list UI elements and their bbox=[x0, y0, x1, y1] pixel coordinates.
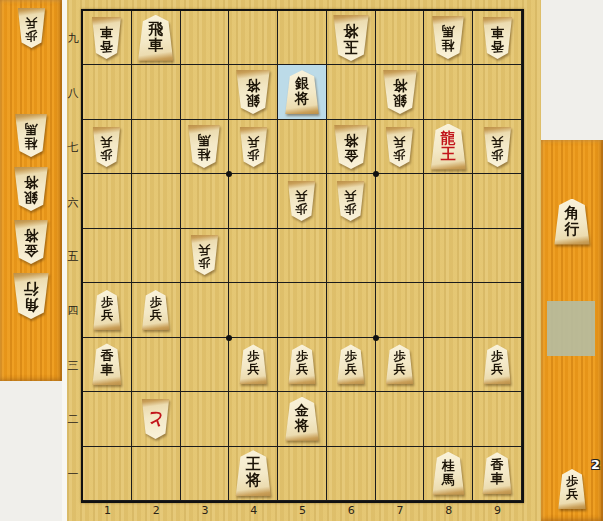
piece-kanji: 兵 bbox=[566, 488, 578, 501]
square[interactable]: 歩兵 bbox=[83, 283, 132, 337]
piece-kanji: 馬 bbox=[442, 473, 455, 487]
piece-歩兵[interactable]: 歩兵 bbox=[286, 181, 317, 221]
square[interactable] bbox=[181, 174, 230, 228]
hand-tray-gote: 角行歩兵2 bbox=[541, 140, 603, 521]
piece-kanji: 歩 bbox=[345, 202, 357, 215]
square[interactable] bbox=[327, 392, 376, 446]
piece-kanji: 兵 bbox=[101, 309, 113, 322]
piece-kanji: 銀 bbox=[295, 76, 309, 91]
rank-label: 八 bbox=[66, 85, 80, 100]
square[interactable] bbox=[278, 11, 327, 65]
piece-kanji: 歩 bbox=[150, 296, 162, 309]
file-label: 3 bbox=[195, 504, 215, 517]
square[interactable] bbox=[473, 174, 522, 228]
square[interactable]: 銀将 bbox=[278, 65, 327, 119]
piece-kanji: 馬 bbox=[442, 24, 455, 38]
rank-label: 二 bbox=[66, 412, 80, 427]
piece-kanji: 将 bbox=[24, 228, 38, 243]
file-label: 6 bbox=[341, 504, 361, 517]
square[interactable] bbox=[278, 229, 327, 283]
square[interactable] bbox=[376, 229, 425, 283]
square[interactable] bbox=[327, 283, 376, 337]
square[interactable]: 歩兵 bbox=[278, 174, 327, 228]
hand-tray-sente: 歩兵桂馬銀将金将角行 bbox=[0, 0, 62, 381]
square[interactable]: 桂馬 bbox=[424, 11, 473, 65]
piece-kanji: 行 bbox=[24, 281, 39, 297]
square[interactable] bbox=[424, 338, 473, 392]
square[interactable] bbox=[278, 447, 327, 501]
piece-歩兵[interactable]: 歩兵 bbox=[557, 469, 588, 509]
piece-count-badge: 2 bbox=[591, 457, 600, 472]
square[interactable]: 金将 bbox=[278, 392, 327, 446]
square[interactable]: と bbox=[132, 392, 181, 446]
square[interactable] bbox=[181, 283, 230, 337]
piece-歩兵[interactable]: 歩兵 bbox=[482, 127, 513, 167]
square[interactable] bbox=[424, 283, 473, 337]
file-label: 4 bbox=[244, 504, 264, 517]
rank-label: 五 bbox=[66, 249, 80, 264]
square[interactable] bbox=[376, 283, 425, 337]
piece-kanji: 車 bbox=[491, 472, 504, 486]
hoshi-dot bbox=[373, 335, 379, 341]
square[interactable]: 香車 bbox=[473, 11, 522, 65]
square[interactable] bbox=[424, 229, 473, 283]
square[interactable] bbox=[229, 174, 278, 228]
piece-銀将[interactable]: 銀将 bbox=[234, 70, 272, 114]
board-grid: 香車飛車玉将桂馬香車銀将銀将銀将歩兵桂馬歩兵金将歩兵龍王歩兵歩兵歩兵歩兵歩兵歩兵… bbox=[83, 11, 522, 501]
piece-歩兵[interactable]: 歩兵 bbox=[384, 127, 415, 167]
square[interactable] bbox=[132, 338, 181, 392]
file-label: 7 bbox=[390, 504, 410, 517]
piece-kanji: 将 bbox=[393, 78, 407, 93]
square[interactable] bbox=[473, 283, 522, 337]
square[interactable] bbox=[229, 392, 278, 446]
piece-kanji: 金 bbox=[344, 148, 358, 163]
piece-香車[interactable]: 香車 bbox=[90, 17, 123, 59]
piece-金将[interactable]: 金将 bbox=[332, 125, 370, 169]
piece-kanji: 桂 bbox=[442, 38, 455, 52]
square[interactable] bbox=[376, 392, 425, 446]
square[interactable] bbox=[229, 229, 278, 283]
square[interactable]: 歩兵 bbox=[327, 338, 376, 392]
rank-label: 四 bbox=[66, 303, 80, 318]
square[interactable] bbox=[327, 229, 376, 283]
square[interactable] bbox=[132, 120, 181, 174]
board-frame: 香車飛車玉将桂馬香車銀将銀将銀将歩兵桂馬歩兵金将歩兵龍王歩兵歩兵歩兵歩兵歩兵歩兵… bbox=[81, 9, 524, 503]
square[interactable]: 王将 bbox=[229, 447, 278, 501]
piece-香車[interactable]: 香車 bbox=[90, 343, 123, 385]
piece-kanji: 歩 bbox=[394, 148, 406, 161]
piece-kanji: 車 bbox=[148, 37, 163, 53]
piece-金将[interactable]: 金将 bbox=[283, 397, 321, 441]
square[interactable]: 歩兵 bbox=[83, 120, 132, 174]
rank-label: 一 bbox=[66, 466, 80, 481]
piece-歩兵[interactable]: 歩兵 bbox=[286, 344, 317, 384]
rank-label: 六 bbox=[66, 194, 80, 209]
piece-桂馬[interactable]: 桂馬 bbox=[430, 452, 466, 495]
piece-銀将[interactable]: 銀将 bbox=[381, 70, 419, 114]
square[interactable] bbox=[83, 65, 132, 119]
piece-kanji: 桂 bbox=[25, 136, 38, 150]
piece-歩兵[interactable]: 歩兵 bbox=[384, 344, 415, 384]
piece-kanji: 兵 bbox=[394, 135, 406, 148]
piece-歩兵[interactable]: 歩兵 bbox=[140, 290, 171, 330]
file-label: 2 bbox=[146, 504, 166, 517]
piece-角行[interactable]: 角行 bbox=[11, 273, 51, 319]
piece-kanji: 兵 bbox=[345, 363, 357, 376]
hoshi-dot bbox=[373, 171, 379, 177]
square[interactable]: 玉将 bbox=[327, 11, 376, 65]
square[interactable] bbox=[376, 174, 425, 228]
piece-kanji: 兵 bbox=[296, 189, 308, 202]
square[interactable]: 歩兵 bbox=[278, 338, 327, 392]
file-label: 9 bbox=[488, 504, 508, 517]
piece-kanji: 歩 bbox=[198, 256, 210, 269]
piece-金将[interactable]: 金将 bbox=[12, 220, 50, 264]
piece-kanji: 兵 bbox=[247, 363, 259, 376]
square[interactable] bbox=[83, 174, 132, 228]
piece-kanji: 馬 bbox=[198, 133, 211, 147]
piece-歩兵[interactable]: 歩兵 bbox=[91, 127, 122, 167]
piece-kanji: 兵 bbox=[150, 309, 162, 322]
piece-kanji: 行 bbox=[565, 221, 580, 237]
square[interactable]: 歩兵 bbox=[473, 338, 522, 392]
piece-kanji: 香 bbox=[491, 39, 504, 53]
square[interactable]: 銀将 bbox=[229, 65, 278, 119]
square[interactable]: 香車 bbox=[473, 447, 522, 501]
square[interactable] bbox=[132, 174, 181, 228]
piece-kanji: 兵 bbox=[198, 243, 210, 256]
piece-kanji: 兵 bbox=[101, 135, 113, 148]
piece-香車[interactable]: 香車 bbox=[481, 452, 514, 494]
piece-kanji: 金 bbox=[295, 403, 309, 418]
square[interactable] bbox=[132, 447, 181, 501]
hand-slot-角行[interactable]: 角行 bbox=[0, 269, 62, 322]
shogi-app: 香車飛車玉将桂馬香車銀将銀将銀将歩兵桂馬歩兵金将歩兵龍王歩兵歩兵歩兵歩兵歩兵歩兵… bbox=[0, 0, 603, 521]
square[interactable] bbox=[376, 11, 425, 65]
piece-歩兵[interactable]: 歩兵 bbox=[16, 8, 47, 48]
piece-桂馬[interactable]: 桂馬 bbox=[13, 114, 49, 157]
hand-slot-銀将[interactable]: 銀将 bbox=[0, 162, 62, 215]
square[interactable]: 歩兵 bbox=[327, 174, 376, 228]
rank-label: 九 bbox=[66, 31, 80, 46]
piece-銀将[interactable]: 銀将 bbox=[12, 167, 50, 211]
square[interactable]: 歩兵 bbox=[181, 229, 230, 283]
square[interactable]: 歩兵 bbox=[229, 120, 278, 174]
piece-kanji: 将 bbox=[24, 175, 38, 190]
square[interactable] bbox=[424, 65, 473, 119]
piece-kanji: 角 bbox=[24, 297, 39, 313]
piece-歩兵[interactable]: 歩兵 bbox=[482, 344, 513, 384]
square[interactable] bbox=[229, 11, 278, 65]
square[interactable]: 金将 bbox=[327, 120, 376, 174]
hand-slot-桂馬[interactable]: 桂馬 bbox=[0, 109, 62, 162]
square[interactable] bbox=[376, 447, 425, 501]
square[interactable] bbox=[181, 392, 230, 446]
piece-kanji: 香 bbox=[100, 349, 113, 363]
empty-hand-slot-highlight bbox=[547, 301, 595, 356]
piece-歩兵[interactable]: 歩兵 bbox=[335, 344, 366, 384]
piece-kanji: と bbox=[147, 410, 164, 430]
piece-歩兵[interactable]: 歩兵 bbox=[238, 344, 269, 384]
square[interactable] bbox=[424, 174, 473, 228]
piece-角行[interactable]: 角行 bbox=[552, 199, 592, 245]
hoshi-dot bbox=[226, 335, 232, 341]
piece-kanji: 将 bbox=[295, 91, 309, 106]
piece-香車[interactable]: 香車 bbox=[481, 17, 514, 59]
piece-kanji: 飛 bbox=[148, 21, 163, 37]
hoshi-dot bbox=[226, 171, 232, 177]
file-label: 1 bbox=[97, 504, 117, 517]
square[interactable]: 歩兵 bbox=[132, 283, 181, 337]
square[interactable] bbox=[181, 11, 230, 65]
square[interactable] bbox=[132, 229, 181, 283]
piece-kanji: 将 bbox=[246, 78, 260, 93]
piece-kanji: 玉 bbox=[343, 39, 358, 55]
piece-kanji: 歩 bbox=[247, 148, 259, 161]
square[interactable] bbox=[132, 65, 181, 119]
hand-slot-金将[interactable]: 金将 bbox=[0, 216, 62, 269]
piece-kanji: 兵 bbox=[345, 189, 357, 202]
square[interactable] bbox=[83, 447, 132, 501]
piece-kanji: 車 bbox=[100, 25, 113, 39]
square[interactable]: 桂馬 bbox=[181, 120, 230, 174]
square[interactable] bbox=[229, 283, 278, 337]
piece-kanji: 歩 bbox=[25, 29, 37, 42]
piece-kanji: 兵 bbox=[247, 135, 259, 148]
piece-kanji: 将 bbox=[295, 418, 309, 433]
square[interactable]: 飛車 bbox=[132, 11, 181, 65]
file-label: 8 bbox=[439, 504, 459, 517]
piece-kanji: 角 bbox=[565, 205, 580, 221]
square[interactable]: 銀将 bbox=[376, 65, 425, 119]
square[interactable] bbox=[278, 120, 327, 174]
piece-kanji: 将 bbox=[343, 23, 358, 39]
piece-玉将[interactable]: 玉将 bbox=[331, 15, 371, 61]
piece-kanji: 銀 bbox=[393, 93, 407, 108]
piece-銀将[interactable]: 銀将 bbox=[283, 70, 321, 114]
hand-slot-角行[interactable]: 角行 bbox=[541, 195, 603, 248]
square[interactable] bbox=[473, 229, 522, 283]
rank-label: 七 bbox=[66, 140, 80, 155]
square[interactable] bbox=[473, 65, 522, 119]
piece-kanji: 王 bbox=[441, 146, 456, 162]
square[interactable]: 龍王 bbox=[424, 120, 473, 174]
hand-slot-歩兵[interactable]: 歩兵 bbox=[0, 2, 62, 55]
piece-kanji: 車 bbox=[491, 25, 504, 39]
square[interactable]: 歩兵 bbox=[473, 120, 522, 174]
piece-kanji: 王 bbox=[246, 456, 261, 472]
hand-slot-歩兵[interactable]: 歩兵2 bbox=[541, 463, 603, 516]
square[interactable] bbox=[83, 229, 132, 283]
piece-kanji: 桂 bbox=[442, 459, 455, 473]
square[interactable] bbox=[181, 338, 230, 392]
piece-と[interactable]: と bbox=[140, 399, 171, 439]
square[interactable]: 香車 bbox=[83, 338, 132, 392]
piece-kanji: 兵 bbox=[491, 363, 503, 376]
piece-kanji: 香 bbox=[100, 39, 113, 53]
square[interactable]: 香車 bbox=[83, 11, 132, 65]
piece-kanji: 歩 bbox=[491, 148, 503, 161]
piece-kanji: 車 bbox=[100, 363, 113, 377]
piece-歩兵[interactable]: 歩兵 bbox=[189, 235, 220, 275]
piece-kanji: 将 bbox=[344, 133, 358, 148]
square[interactable] bbox=[181, 65, 230, 119]
square[interactable] bbox=[83, 392, 132, 446]
piece-kanji: 歩 bbox=[101, 148, 113, 161]
piece-kanji: 将 bbox=[246, 472, 261, 488]
piece-歩兵[interactable]: 歩兵 bbox=[238, 127, 269, 167]
square[interactable] bbox=[327, 447, 376, 501]
file-label: 5 bbox=[293, 504, 313, 517]
square[interactable]: 歩兵 bbox=[376, 120, 425, 174]
piece-kanji: 兵 bbox=[491, 135, 503, 148]
square[interactable] bbox=[278, 283, 327, 337]
piece-kanji: 龍 bbox=[441, 130, 456, 146]
piece-kanji: 歩 bbox=[296, 202, 308, 215]
square[interactable]: 歩兵 bbox=[229, 338, 278, 392]
square[interactable] bbox=[327, 65, 376, 119]
piece-kanji: 馬 bbox=[25, 122, 38, 136]
square[interactable] bbox=[181, 447, 230, 501]
piece-飛車[interactable]: 飛車 bbox=[136, 15, 176, 61]
piece-kanji: 香 bbox=[491, 458, 504, 472]
piece-歩兵[interactable]: 歩兵 bbox=[335, 181, 366, 221]
square[interactable]: 歩兵 bbox=[376, 338, 425, 392]
piece-kanji: 銀 bbox=[24, 190, 38, 205]
piece-kanji: 銀 bbox=[246, 93, 260, 108]
piece-kanji: 兵 bbox=[25, 16, 37, 29]
piece-kanji: 金 bbox=[24, 243, 38, 258]
piece-kanji: 桂 bbox=[198, 147, 211, 161]
piece-kanji: 兵 bbox=[296, 363, 308, 376]
piece-歩兵[interactable]: 歩兵 bbox=[91, 290, 122, 330]
rank-label: 三 bbox=[66, 357, 80, 372]
square[interactable] bbox=[424, 392, 473, 446]
piece-kanji: 歩 bbox=[101, 296, 113, 309]
square[interactable]: 桂馬 bbox=[424, 447, 473, 501]
piece-桂馬[interactable]: 桂馬 bbox=[186, 125, 222, 168]
piece-桂馬[interactable]: 桂馬 bbox=[430, 16, 466, 59]
piece-kanji: 兵 bbox=[394, 363, 406, 376]
square[interactable] bbox=[473, 392, 522, 446]
piece-龍王[interactable]: 龍王 bbox=[428, 124, 468, 170]
piece-王将[interactable]: 王将 bbox=[233, 450, 273, 496]
